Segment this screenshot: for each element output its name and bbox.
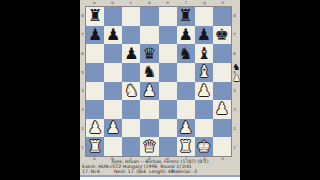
- coord-label: 7: [81, 32, 84, 37]
- square-a4: [86, 82, 104, 101]
- coord-label: 5: [81, 70, 84, 75]
- square-e7: [159, 26, 177, 45]
- white-bishop: ♝: [197, 64, 211, 80]
- letterbox-left: [0, 0, 80, 180]
- white-rook: ♜: [179, 138, 193, 154]
- square-d2: [140, 119, 158, 138]
- white-pawn-icon: ♟: [232, 73, 240, 84]
- black-knight: ♞: [142, 64, 156, 80]
- black-king: ♚: [215, 26, 229, 42]
- square-a7: ♟: [86, 26, 104, 45]
- square-h7: ♚: [213, 26, 231, 45]
- white-pawn: ♟: [106, 120, 120, 136]
- square-d8: [140, 7, 158, 26]
- square-h1: [213, 137, 231, 156]
- square-e1: [159, 137, 177, 156]
- square-d4: ♟: [140, 82, 158, 101]
- square-h4: [213, 82, 231, 101]
- coord-label: 7: [233, 32, 236, 37]
- white-queen: ♛: [142, 138, 156, 154]
- game-caption: Ilyes, Istvan -- Borbas, Ferenc (1707) (…: [82, 160, 238, 176]
- square-c3: [122, 100, 140, 119]
- square-h8: [213, 7, 231, 26]
- square-g8: [195, 7, 213, 26]
- square-g4: ♟: [195, 82, 213, 101]
- black-pawn: ♟: [88, 26, 102, 42]
- white-pawn: ♟: [88, 120, 102, 136]
- square-g7: ♟: [195, 26, 213, 45]
- bottom-strip: [80, 177, 240, 180]
- square-e5: [159, 63, 177, 82]
- square-c6: ♟: [122, 44, 140, 63]
- square-c7: [122, 26, 140, 45]
- black-rook: ♜: [179, 8, 193, 24]
- square-d5: ♞: [140, 63, 158, 82]
- square-b8: [104, 7, 122, 26]
- black-pawn: ♟: [179, 26, 193, 42]
- coord-label: 2: [233, 126, 236, 131]
- white-pawn: ♟: [215, 101, 229, 117]
- square-f8: ♜: [177, 7, 195, 26]
- coord-label: 1: [233, 145, 236, 150]
- coord-label: 4: [81, 88, 84, 93]
- square-c5: [122, 63, 140, 82]
- square-d1: ♛: [140, 137, 158, 156]
- white-pawn: ♟: [179, 120, 193, 136]
- square-c1: [122, 137, 140, 156]
- square-a5: [86, 63, 104, 82]
- black-bishop: ♝: [197, 45, 211, 61]
- chess-board: ♜♜♟♟♟♟♚♟♛♞♝♞♝♞♟♟♟♟♟♟♜♛♜♚: [85, 6, 232, 157]
- square-a1: ♜: [86, 137, 104, 156]
- coord-label: 3: [81, 107, 84, 112]
- square-a2: ♟: [86, 119, 104, 138]
- square-e4: [159, 82, 177, 101]
- square-f5: [177, 63, 195, 82]
- square-f6: ♞: [177, 44, 195, 63]
- square-b3: [104, 100, 122, 119]
- square-h5: [213, 63, 231, 82]
- coord-label: 8: [233, 13, 236, 18]
- board-panel: abcdefgh abcdefgh 87654321 87654321 ♜♜♟♟…: [80, 0, 240, 180]
- coord-label: 3: [233, 107, 236, 112]
- white-pawn: ♟: [197, 82, 211, 98]
- square-a6: [86, 44, 104, 63]
- square-e3: [159, 100, 177, 119]
- square-e6: [159, 44, 177, 63]
- material-tray: ♞ ♟: [232, 62, 241, 84]
- black-knight: ♞: [179, 45, 193, 61]
- square-f4: [177, 82, 195, 101]
- black-queen: ♛: [142, 45, 156, 61]
- square-g1: ♚: [195, 137, 213, 156]
- square-b1: [104, 137, 122, 156]
- square-a3: [86, 100, 104, 119]
- square-b2: ♟: [104, 119, 122, 138]
- square-f2: ♟: [177, 119, 195, 138]
- square-g5: ♝: [195, 63, 213, 82]
- square-h2: [213, 119, 231, 138]
- square-g3: [195, 100, 213, 119]
- square-c2: [122, 119, 140, 138]
- square-e8: [159, 7, 177, 26]
- square-f7: ♟: [177, 26, 195, 45]
- black-pawn: ♟: [124, 45, 138, 61]
- square-b4: [104, 82, 122, 101]
- letterbox-right: [240, 0, 320, 180]
- square-a8: ♜: [86, 7, 104, 26]
- white-rook: ♜: [88, 138, 102, 154]
- white-pawn: ♟: [142, 82, 156, 98]
- white-king: ♚: [197, 138, 211, 154]
- square-f3: [177, 100, 195, 119]
- coord-label: 6: [81, 51, 84, 56]
- square-h3: ♟: [213, 100, 231, 119]
- black-pawn: ♟: [197, 26, 211, 42]
- black-knight-icon: ♞: [232, 62, 240, 73]
- coord-label: 4: [233, 88, 236, 93]
- black-rook: ♜: [88, 8, 102, 24]
- coord-label: 1: [81, 145, 84, 150]
- square-h6: [213, 44, 231, 63]
- coord-label: 8: [81, 13, 84, 18]
- square-d6: ♛: [140, 44, 158, 63]
- square-c4: ♞: [122, 82, 140, 101]
- black-pawn: ♟: [106, 26, 120, 42]
- square-e2: [159, 119, 177, 138]
- square-d7: [140, 26, 158, 45]
- square-g2: [195, 119, 213, 138]
- square-g6: ♝: [195, 44, 213, 63]
- square-c8: [122, 7, 140, 26]
- white-knight: ♞: [124, 82, 138, 98]
- square-b6: [104, 44, 122, 63]
- square-b5: [104, 63, 122, 82]
- coord-label: 6: [233, 51, 236, 56]
- coord-label: 2: [81, 126, 84, 131]
- square-f1: ♜: [177, 137, 195, 156]
- square-d3: [140, 100, 158, 119]
- square-b7: ♟: [104, 26, 122, 45]
- video-frame: abcdefgh abcdefgh 87654321 87654321 ♜♜♟♟…: [0, 0, 320, 180]
